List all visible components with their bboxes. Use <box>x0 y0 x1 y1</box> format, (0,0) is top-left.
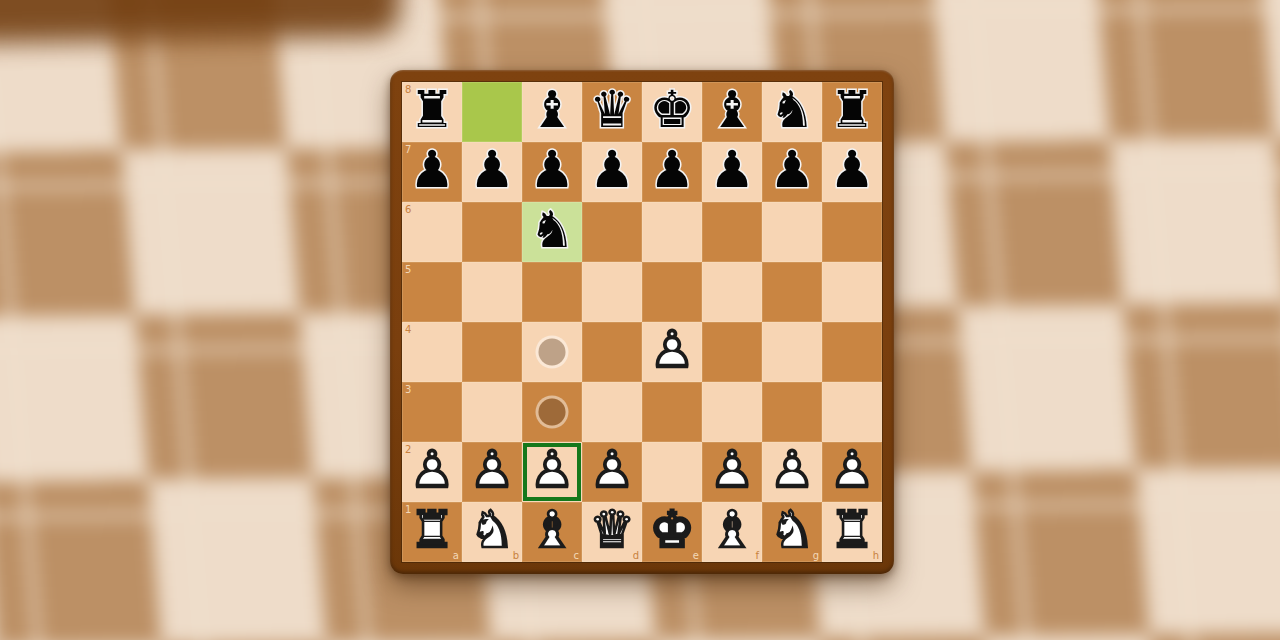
square-c1[interactable]: c♝♗ <box>522 502 582 562</box>
black-pawn[interactable]: ♟♟ <box>582 142 642 202</box>
square-h7[interactable]: ♟♟ <box>822 142 882 202</box>
square-b6[interactable] <box>462 202 522 262</box>
square-a4[interactable]: 4 <box>402 322 462 382</box>
rank-label-5: 5 <box>405 264 411 275</box>
black-bishop[interactable]: ♝♝ <box>702 82 762 142</box>
square-d5[interactable] <box>582 262 642 322</box>
square-a2[interactable]: 2♟♙ <box>402 442 462 502</box>
move-destination-dot[interactable] <box>539 399 566 426</box>
square-g8[interactable]: ♞♞ <box>762 82 822 142</box>
black-pawn[interactable]: ♟♟ <box>642 142 702 202</box>
black-pawn[interactable]: ♟♟ <box>822 142 882 202</box>
square-h8[interactable]: ♜♜ <box>822 82 882 142</box>
square-f6[interactable] <box>702 202 762 262</box>
square-h2[interactable]: ♟♙ <box>822 442 882 502</box>
white-queen[interactable]: ♛♕ <box>582 502 642 562</box>
square-e6[interactable] <box>642 202 702 262</box>
square-g4[interactable] <box>762 322 822 382</box>
piece-outline-glyph: ♙ <box>769 444 815 495</box>
piece-outline-glyph: ♝ <box>709 84 755 135</box>
square-a7[interactable]: 7♟♟ <box>402 142 462 202</box>
white-rook[interactable]: ♜♖ <box>822 502 882 562</box>
piece-outline-glyph: ♙ <box>529 444 575 495</box>
piece-outline-glyph: ♞ <box>769 84 815 135</box>
square-e4[interactable]: ♟♙ <box>642 322 702 382</box>
white-pawn[interactable]: ♟♙ <box>582 442 642 502</box>
white-pawn[interactable]: ♟♙ <box>702 442 762 502</box>
square-g7[interactable]: ♟♟ <box>762 142 822 202</box>
black-pawn[interactable]: ♟♟ <box>402 142 462 202</box>
square-d2[interactable]: ♟♙ <box>582 442 642 502</box>
move-destination-dot[interactable] <box>539 339 566 366</box>
square-c6[interactable]: ♞♞ <box>522 202 582 262</box>
black-pawn[interactable]: ♟♟ <box>762 142 822 202</box>
square-e7[interactable]: ♟♟ <box>642 142 702 202</box>
piece-outline-glyph: ♙ <box>709 444 755 495</box>
piece-outline-glyph: ♟ <box>589 144 635 195</box>
chess-board: 8♜♜♝♝♛♛♚♚♝♝♞♞♜♜7♟♟♟♟♟♟♟♟♟♟♟♟♟♟♟♟6♞♞54♟♙3… <box>402 82 882 562</box>
piece-outline-glyph: ♘ <box>769 504 815 555</box>
piece-outline-glyph: ♟ <box>769 144 815 195</box>
piece-outline-glyph: ♜ <box>409 84 455 135</box>
square-d8[interactable]: ♛♛ <box>582 82 642 142</box>
piece-outline-glyph: ♗ <box>709 504 755 555</box>
square-b8[interactable] <box>462 82 522 142</box>
black-queen[interactable]: ♛♛ <box>582 82 642 142</box>
piece-outline-glyph: ♛ <box>589 84 635 135</box>
square-b2[interactable]: ♟♙ <box>462 442 522 502</box>
white-pawn[interactable]: ♟♙ <box>642 322 702 382</box>
square-c7[interactable]: ♟♟ <box>522 142 582 202</box>
square-b4[interactable] <box>462 322 522 382</box>
black-king[interactable]: ♚♚ <box>642 82 702 142</box>
square-g2[interactable]: ♟♙ <box>762 442 822 502</box>
piece-outline-glyph: ♟ <box>829 144 875 195</box>
piece-outline-glyph: ♜ <box>829 84 875 135</box>
square-e3[interactable] <box>642 382 702 442</box>
square-b7[interactable]: ♟♟ <box>462 142 522 202</box>
white-knight[interactable]: ♞♘ <box>462 502 522 562</box>
square-b1[interactable]: b♞♘ <box>462 502 522 562</box>
piece-outline-glyph: ♞ <box>529 204 575 255</box>
piece-outline-glyph: ♙ <box>829 444 875 495</box>
square-d6[interactable] <box>582 202 642 262</box>
white-pawn[interactable]: ♟♙ <box>402 442 462 502</box>
square-b3[interactable] <box>462 382 522 442</box>
white-pawn[interactable]: ♟♙ <box>762 442 822 502</box>
chess-board-frame: 8♜♜♝♝♛♛♚♚♝♝♞♞♜♜7♟♟♟♟♟♟♟♟♟♟♟♟♟♟♟♟6♞♞54♟♙3… <box>390 70 894 574</box>
square-f2[interactable]: ♟♙ <box>702 442 762 502</box>
square-d3[interactable] <box>582 382 642 442</box>
piece-outline-glyph: ♙ <box>589 444 635 495</box>
piece-outline-glyph: ♕ <box>589 504 635 555</box>
square-g6[interactable] <box>762 202 822 262</box>
square-a3[interactable]: 3 <box>402 382 462 442</box>
square-h6[interactable] <box>822 202 882 262</box>
piece-outline-glyph: ♔ <box>649 504 695 555</box>
piece-outline-glyph: ♙ <box>649 324 695 375</box>
square-c3[interactable] <box>522 382 582 442</box>
black-pawn[interactable]: ♟♟ <box>462 142 522 202</box>
square-e8[interactable]: ♚♚ <box>642 82 702 142</box>
piece-outline-glyph: ♝ <box>529 84 575 135</box>
white-bishop[interactable]: ♝♗ <box>522 502 582 562</box>
square-f8[interactable]: ♝♝ <box>702 82 762 142</box>
square-g5[interactable] <box>762 262 822 322</box>
rank-label-3: 3 <box>405 384 411 395</box>
piece-outline-glyph: ♖ <box>409 504 455 555</box>
piece-outline-glyph: ♟ <box>709 144 755 195</box>
square-c4[interactable] <box>522 322 582 382</box>
black-rook[interactable]: ♜♜ <box>822 82 882 142</box>
square-e1[interactable]: e♚♔ <box>642 502 702 562</box>
piece-outline-glyph: ♟ <box>469 144 515 195</box>
black-knight[interactable]: ♞♞ <box>762 82 822 142</box>
square-d7[interactable]: ♟♟ <box>582 142 642 202</box>
white-pawn[interactable]: ♟♙ <box>822 442 882 502</box>
square-g3[interactable] <box>762 382 822 442</box>
square-f3[interactable] <box>702 382 762 442</box>
square-e5[interactable] <box>642 262 702 322</box>
rank-label-6: 6 <box>405 204 411 215</box>
piece-outline-glyph: ♟ <box>529 144 575 195</box>
square-h5[interactable] <box>822 262 882 322</box>
square-f1[interactable]: f♝♗ <box>702 502 762 562</box>
black-rook[interactable]: ♜♜ <box>402 82 462 142</box>
square-f5[interactable] <box>702 262 762 322</box>
square-c5[interactable] <box>522 262 582 322</box>
white-knight[interactable]: ♞♘ <box>762 502 822 562</box>
square-f4[interactable] <box>702 322 762 382</box>
square-f7[interactable]: ♟♟ <box>702 142 762 202</box>
white-rook[interactable]: ♜♖ <box>402 502 462 562</box>
piece-outline-glyph: ♖ <box>829 504 875 555</box>
square-c2[interactable]: ♟♙ <box>522 442 582 502</box>
white-king[interactable]: ♚♔ <box>642 502 702 562</box>
square-d4[interactable] <box>582 322 642 382</box>
white-bishop[interactable]: ♝♗ <box>702 502 762 562</box>
square-a5[interactable]: 5 <box>402 262 462 322</box>
rank-label-4: 4 <box>405 324 411 335</box>
square-c8[interactable]: ♝♝ <box>522 82 582 142</box>
piece-outline-glyph: ♗ <box>529 504 575 555</box>
square-h3[interactable] <box>822 382 882 442</box>
white-pawn[interactable]: ♟♙ <box>462 442 522 502</box>
square-g1[interactable]: g♞♘ <box>762 502 822 562</box>
square-h4[interactable] <box>822 322 882 382</box>
black-pawn[interactable]: ♟♟ <box>522 142 582 202</box>
piece-outline-glyph: ♙ <box>469 444 515 495</box>
square-a6[interactable]: 6 <box>402 202 462 262</box>
black-pawn[interactable]: ♟♟ <box>702 142 762 202</box>
black-bishop[interactable]: ♝♝ <box>522 82 582 142</box>
piece-outline-glyph: ♘ <box>469 504 515 555</box>
piece-outline-glyph: ♟ <box>649 144 695 195</box>
square-d1[interactable]: d♛♕ <box>582 502 642 562</box>
white-pawn[interactable]: ♟♙ <box>522 442 582 502</box>
square-a1[interactable]: 1a♜♖ <box>402 502 462 562</box>
piece-outline-glyph: ♟ <box>409 144 455 195</box>
piece-outline-glyph: ♙ <box>409 444 455 495</box>
black-knight[interactable]: ♞♞ <box>522 202 582 262</box>
app-background: 8♜♜♝♝♛♛♚♚♝♝♞♞♜♜7♟♟♟♟♟♟♟♟♟♟♟♟♟♟♟♟6♞♞54♟♙3… <box>0 0 1280 640</box>
square-e2[interactable] <box>642 442 702 502</box>
square-h1[interactable]: h♜♖ <box>822 502 882 562</box>
square-b5[interactable] <box>462 262 522 322</box>
piece-outline-glyph: ♚ <box>649 84 695 135</box>
square-a8[interactable]: 8♜♜ <box>402 82 462 142</box>
